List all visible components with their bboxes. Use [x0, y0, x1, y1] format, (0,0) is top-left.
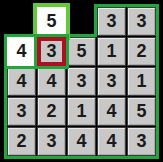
cell-r1-c3[interactable]: 1: [97, 37, 126, 66]
cell-r3-c4[interactable]: 5: [127, 97, 156, 126]
cell-r2-c4[interactable]: 1: [127, 67, 156, 96]
cell-r4-c1[interactable]: 3: [37, 127, 66, 156]
cell-r1-c2[interactable]: 5: [67, 37, 96, 66]
cell-r2-c2[interactable]: 3: [67, 67, 96, 96]
cell-r2-c1[interactable]: 4: [37, 67, 66, 96]
cell-r0-c4[interactable]: 3: [127, 7, 156, 36]
cell-r0-c1[interactable]: 5: [37, 7, 66, 36]
cell-r2-c3[interactable]: 3: [97, 67, 126, 96]
cell-r3-c0[interactable]: 3: [7, 97, 36, 126]
cell-r4-c3[interactable]: 4: [97, 127, 126, 156]
cell-r1-c1[interactable]: 3: [37, 37, 66, 66]
cell-r0-c3[interactable]: 3: [97, 7, 126, 36]
cell-r1-c4[interactable]: 2: [127, 37, 156, 66]
cell-r1-c0[interactable]: 4: [7, 37, 36, 66]
cell-r2-c0[interactable]: 4: [7, 67, 36, 96]
cell-r3-c1[interactable]: 2: [37, 97, 66, 126]
cell-r3-c2[interactable]: 1: [67, 97, 96, 126]
cell-r3-c3[interactable]: 4: [97, 97, 126, 126]
cell-r0-c2: [67, 7, 96, 36]
number-grid: 5 3 3 4 3 5 1 2 4 4 3 3 1 3 2 1 4 5 2 3 …: [7, 7, 156, 156]
cell-r0-c0: [7, 7, 36, 36]
cell-r4-c4[interactable]: 3: [127, 127, 156, 156]
cell-r4-c2[interactable]: 4: [67, 127, 96, 156]
puzzle-board: 5 3 3 4 3 5 1 2 4 4 3 3 1 3 2 1 4 5 2 3 …: [0, 0, 163, 162]
cell-r4-c0[interactable]: 2: [7, 127, 36, 156]
